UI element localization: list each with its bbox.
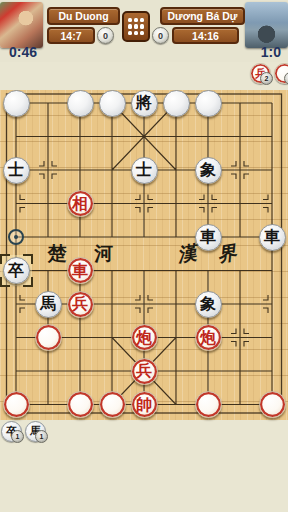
piece-象[interactable]: 象 [195, 157, 222, 184]
hidden-red-piece[interactable] [67, 391, 94, 418]
captured-piece-卒: 卒1 [1, 421, 22, 442]
piece-車[interactable]: 車 [67, 257, 94, 284]
captured-piece-馬: 馬1 [25, 421, 46, 442]
left-player-clock: 14:7 [47, 27, 95, 44]
right-player-badge: 0 [152, 27, 169, 44]
board-points-grid: 將士士象相車車卒車馬兵象炮炮兵帥 [0, 86, 288, 421]
hidden-black-piece[interactable] [99, 90, 126, 117]
match-score: 1:0 [261, 44, 281, 60]
captured-pieces-black-side: 兵21 [250, 63, 288, 84]
right-player-avatar[interactable] [245, 2, 288, 48]
captured-piece-hidden: 1 [274, 63, 288, 84]
grid-dot-icon [128, 31, 132, 35]
piece-車[interactable]: 車 [259, 224, 286, 251]
grid-dot-icon [140, 31, 144, 35]
river-label: 漢 [176, 240, 199, 269]
app-screen: Du Duong Dương Bá Dự 14:7 14:16 0 0 0:46… [0, 0, 288, 512]
piece-炮[interactable]: 炮 [131, 324, 158, 351]
piece-兵[interactable]: 兵 [131, 358, 158, 385]
right-player-name: Dương Bá Dự [160, 7, 245, 25]
captured-piece-兵: 兵2 [250, 63, 271, 84]
hidden-red-piece[interactable] [195, 391, 222, 418]
right-player-clock: 14:16 [172, 27, 239, 44]
menu-grid-button[interactable] [122, 11, 150, 42]
piece-士[interactable]: 士 [3, 157, 30, 184]
piece-炮[interactable]: 炮 [195, 324, 222, 351]
piece-象[interactable]: 象 [195, 291, 222, 318]
piece-士[interactable]: 士 [131, 157, 158, 184]
hidden-black-piece[interactable] [3, 90, 30, 117]
hidden-red-piece[interactable] [99, 391, 126, 418]
last-move-from-marker [8, 229, 24, 245]
piece-馬[interactable]: 馬 [35, 291, 62, 318]
hidden-red-piece[interactable] [259, 391, 286, 418]
xiangqi-board[interactable]: 將士士象相車車卒車馬兵象炮炮兵帥 楚河漢界 [0, 90, 288, 420]
grid-dot-icon [134, 18, 138, 22]
grid-dot-icon [128, 18, 132, 22]
captured-pieces-red-side: 卒1馬1 [1, 421, 46, 442]
hidden-red-piece[interactable] [3, 391, 30, 418]
piece-帥[interactable]: 帥 [131, 391, 158, 418]
river-label: 河 [95, 241, 114, 267]
river-label: 楚 [48, 241, 67, 267]
left-player-badge: 0 [97, 27, 114, 44]
grid-dot-icon [134, 31, 138, 35]
left-player-avatar[interactable] [0, 2, 43, 48]
piece-兵[interactable]: 兵 [67, 291, 94, 318]
hidden-black-piece[interactable] [195, 90, 222, 117]
piece-卒[interactable]: 卒 [3, 257, 30, 284]
grid-dot-icon [134, 24, 138, 28]
hidden-red-piece[interactable] [35, 324, 62, 351]
left-player-name: Du Duong [47, 7, 120, 25]
grid-dot-icon [140, 18, 144, 22]
piece-相[interactable]: 相 [67, 190, 94, 217]
hidden-black-piece[interactable] [163, 90, 190, 117]
grid-dot-icon [140, 24, 144, 28]
top-bar: Du Duong Dương Bá Dự 14:7 14:16 0 0 [0, 0, 288, 62]
hidden-black-piece[interactable] [67, 90, 94, 117]
piece-將[interactable]: 將 [131, 90, 158, 117]
grid-dot-icon [128, 24, 132, 28]
river-label: 界 [216, 240, 239, 269]
move-timer: 0:46 [9, 44, 37, 60]
